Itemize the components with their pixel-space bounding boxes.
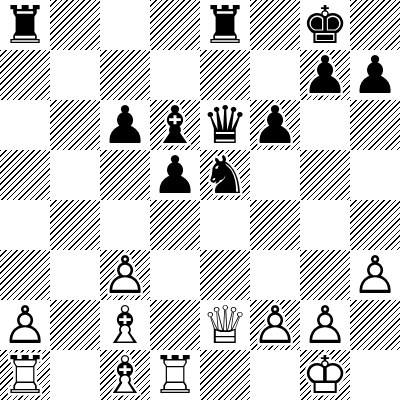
square-h1[interactable] [350, 350, 400, 400]
square-b1[interactable] [50, 350, 100, 400]
piece-glyph: ♙ [300, 300, 350, 350]
piece-white-pawn[interactable]: ♟♙ [250, 300, 300, 350]
piece-glyph: ♟ [350, 50, 400, 100]
square-b5[interactable] [50, 150, 100, 200]
square-e1[interactable] [200, 350, 250, 400]
piece-glyph: ♟ [300, 50, 350, 100]
square-f3[interactable] [250, 250, 300, 300]
square-b4[interactable] [50, 200, 100, 250]
piece-glyph: ♖ [0, 350, 50, 400]
piece-black-rook[interactable]: ♜♜ [0, 0, 50, 50]
piece-white-queen[interactable]: ♛♕ [200, 300, 250, 350]
piece-black-queen[interactable]: ♛♛ [200, 100, 250, 150]
square-d4[interactable] [150, 200, 200, 250]
square-b3[interactable] [50, 250, 100, 300]
chess-board: ♜♜♜♜♚♚♟♟♟♟♟♟♝♝♛♛♟♟♟♟♞♞♟♙♟♙♟♙♝♗♛♕♟♙♟♙♜♖♝♗… [0, 0, 400, 400]
square-a1[interactable]: ♜♖ [0, 350, 50, 400]
piece-glyph: ♛ [200, 100, 250, 150]
piece-glyph: ♝ [150, 100, 200, 150]
square-g2[interactable]: ♟♙ [300, 300, 350, 350]
square-h2[interactable] [350, 300, 400, 350]
piece-glyph: ♔ [300, 350, 350, 400]
square-e2[interactable]: ♛♕ [200, 300, 250, 350]
square-e4[interactable] [200, 200, 250, 250]
piece-black-bishop[interactable]: ♝♝ [150, 100, 200, 150]
piece-black-rook[interactable]: ♜♜ [200, 0, 250, 50]
square-e7[interactable] [200, 50, 250, 100]
square-a7[interactable] [0, 50, 50, 100]
square-d3[interactable] [150, 250, 200, 300]
piece-glyph: ♙ [0, 300, 50, 350]
square-c1[interactable]: ♝♗ [100, 350, 150, 400]
square-g1[interactable]: ♚♔ [300, 350, 350, 400]
square-f7[interactable] [250, 50, 300, 100]
square-f6[interactable]: ♟♟ [250, 100, 300, 150]
piece-white-pawn[interactable]: ♟♙ [0, 300, 50, 350]
square-d6[interactable]: ♝♝ [150, 100, 200, 150]
square-h7[interactable]: ♟♟ [350, 50, 400, 100]
square-h4[interactable] [350, 200, 400, 250]
square-h8[interactable] [350, 0, 400, 50]
piece-glyph: ♞ [200, 150, 250, 200]
piece-glyph: ♚ [300, 0, 350, 50]
square-e8[interactable]: ♜♜ [200, 0, 250, 50]
square-a5[interactable] [0, 150, 50, 200]
square-d5[interactable]: ♟♟ [150, 150, 200, 200]
square-e5[interactable]: ♞♞ [200, 150, 250, 200]
piece-white-bishop[interactable]: ♝♗ [100, 350, 150, 400]
piece-glyph: ♗ [100, 350, 150, 400]
square-g3[interactable] [300, 250, 350, 300]
square-a3[interactable] [0, 250, 50, 300]
piece-glyph: ♟ [100, 100, 150, 150]
square-f1[interactable] [250, 350, 300, 400]
piece-glyph: ♟ [150, 150, 200, 200]
piece-black-pawn[interactable]: ♟♟ [250, 100, 300, 150]
square-c2[interactable]: ♝♗ [100, 300, 150, 350]
square-b7[interactable] [50, 50, 100, 100]
square-h6[interactable] [350, 100, 400, 150]
piece-black-knight[interactable]: ♞♞ [200, 150, 250, 200]
square-f2[interactable]: ♟♙ [250, 300, 300, 350]
square-g4[interactable] [300, 200, 350, 250]
square-h3[interactable]: ♟♙ [350, 250, 400, 300]
square-f5[interactable] [250, 150, 300, 200]
piece-white-pawn[interactable]: ♟♙ [350, 250, 400, 300]
piece-black-pawn[interactable]: ♟♟ [100, 100, 150, 150]
square-c3[interactable]: ♟♙ [100, 250, 150, 300]
square-a6[interactable] [0, 100, 50, 150]
square-d8[interactable] [150, 0, 200, 50]
square-h5[interactable] [350, 150, 400, 200]
piece-black-king[interactable]: ♚♚ [300, 0, 350, 50]
piece-white-pawn[interactable]: ♟♙ [300, 300, 350, 350]
square-b2[interactable] [50, 300, 100, 350]
square-d1[interactable]: ♜♖ [150, 350, 200, 400]
square-f4[interactable] [250, 200, 300, 250]
square-d2[interactable] [150, 300, 200, 350]
piece-glyph: ♜ [200, 0, 250, 50]
piece-glyph: ♙ [250, 300, 300, 350]
square-a8[interactable]: ♜♜ [0, 0, 50, 50]
piece-glyph: ♖ [150, 350, 200, 400]
piece-glyph: ♙ [350, 250, 400, 300]
square-g5[interactable] [300, 150, 350, 200]
piece-white-rook[interactable]: ♜♖ [150, 350, 200, 400]
piece-white-bishop[interactable]: ♝♗ [100, 300, 150, 350]
piece-white-king[interactable]: ♚♔ [300, 350, 350, 400]
piece-glyph: ♙ [100, 250, 150, 300]
square-e3[interactable] [200, 250, 250, 300]
piece-white-rook[interactable]: ♜♖ [0, 350, 50, 400]
square-g8[interactable]: ♚♚ [300, 0, 350, 50]
piece-glyph: ♜ [0, 0, 50, 50]
piece-black-pawn[interactable]: ♟♟ [150, 150, 200, 200]
square-a4[interactable] [0, 200, 50, 250]
square-d7[interactable] [150, 50, 200, 100]
square-c4[interactable] [100, 200, 150, 250]
square-g7[interactable]: ♟♟ [300, 50, 350, 100]
square-c6[interactable]: ♟♟ [100, 100, 150, 150]
square-a2[interactable]: ♟♙ [0, 300, 50, 350]
piece-white-pawn[interactable]: ♟♙ [100, 250, 150, 300]
square-b8[interactable] [50, 0, 100, 50]
piece-glyph: ♟ [250, 100, 300, 150]
square-c7[interactable] [100, 50, 150, 100]
square-g6[interactable] [300, 100, 350, 150]
piece-black-pawn[interactable]: ♟♟ [350, 50, 400, 100]
piece-glyph: ♗ [100, 300, 150, 350]
square-b6[interactable] [50, 100, 100, 150]
square-c5[interactable] [100, 150, 150, 200]
square-f8[interactable] [250, 0, 300, 50]
square-e6[interactable]: ♛♛ [200, 100, 250, 150]
piece-black-pawn[interactable]: ♟♟ [300, 50, 350, 100]
piece-glyph: ♕ [200, 300, 250, 350]
square-c8[interactable] [100, 0, 150, 50]
